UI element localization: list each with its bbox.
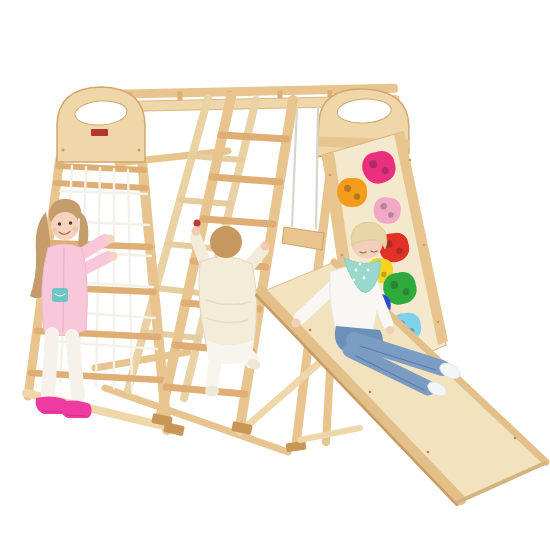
ladder-rung (221, 135, 287, 139)
boy-hand (386, 326, 394, 334)
screw (514, 437, 517, 440)
girl-leg (72, 336, 78, 396)
screw (369, 391, 372, 394)
left-headboard (57, 87, 145, 162)
ladder-rung (212, 177, 280, 182)
toddler-foot (205, 386, 219, 397)
net-rope (96, 168, 100, 386)
bandana-dot (367, 269, 370, 272)
dowel-bar (56, 183, 146, 188)
bandana-dot (359, 263, 362, 266)
ladder-rung (203, 219, 273, 224)
swing-seat (282, 227, 324, 250)
screw (138, 149, 141, 152)
toddler-hand (192, 227, 201, 236)
net-rope (60, 191, 147, 194)
boy-hand (292, 319, 301, 328)
screw (423, 244, 426, 247)
screw (309, 329, 312, 332)
screw (409, 159, 412, 162)
screw (62, 149, 65, 152)
girl-eye (69, 221, 72, 224)
net-rope (128, 170, 132, 390)
screw (341, 254, 344, 257)
brand-logo (91, 129, 108, 136)
girl-hand (106, 235, 115, 244)
girl-eye (58, 222, 61, 225)
screw (427, 451, 430, 454)
screw (437, 321, 440, 324)
girl-hand (109, 252, 118, 261)
swing-rope (316, 106, 318, 229)
girl-leg (48, 334, 52, 396)
product-photo: Product photo on a white background: thr… (0, 0, 550, 550)
toddler-left-leg (212, 354, 216, 386)
toddler-head (210, 226, 242, 258)
toddler-hand (261, 242, 270, 251)
toddler-toy (194, 220, 201, 227)
climbing-gym-illustration (0, 0, 550, 550)
screw (329, 174, 332, 177)
girl-cheek (52, 227, 57, 232)
bandana-dot (355, 269, 358, 272)
girl-face (51, 212, 79, 240)
jacket-print (52, 288, 68, 302)
bandana-dot (363, 277, 366, 280)
foot-pad (286, 441, 307, 453)
girl-cheek (72, 226, 77, 231)
bandana-dot (353, 279, 356, 282)
